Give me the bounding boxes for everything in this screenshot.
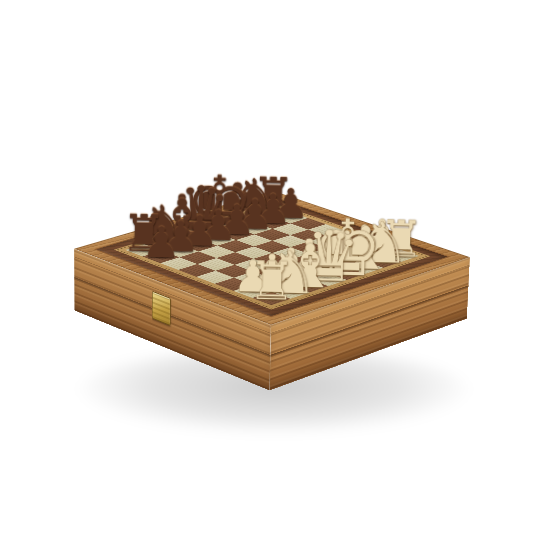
piece-cell-a7: ♟ — [142, 250, 179, 263]
chess-box: ♜♟♟♜♞♟♟♞♝♟♟♝♚♟♟♚♛♟♟♛♝♟♟♝♞♟♟♞♜♟♟♜ — [74, 191, 470, 325]
product-photo-scene: ♜♟♟♜♞♟♟♞♝♟♟♝♚♟♟♚♛♟♟♛♝♟♟♝♞♟♟♞♜♟♟♜ — [0, 0, 533, 533]
perspective-camera: ♜♟♟♜♞♟♟♞♝♟♟♝♚♟♟♚♛♟♟♛♝♟♟♝♞♟♟♞♜♟♟♜ — [0, 0, 533, 533]
scene-tilt: ♜♟♟♜♞♟♟♞♝♟♟♝♚♟♟♚♛♟♟♛♝♟♟♝♞♟♟♞♜♟♟♜ — [0, 0, 533, 533]
brass-latch-icon — [152, 291, 171, 326]
